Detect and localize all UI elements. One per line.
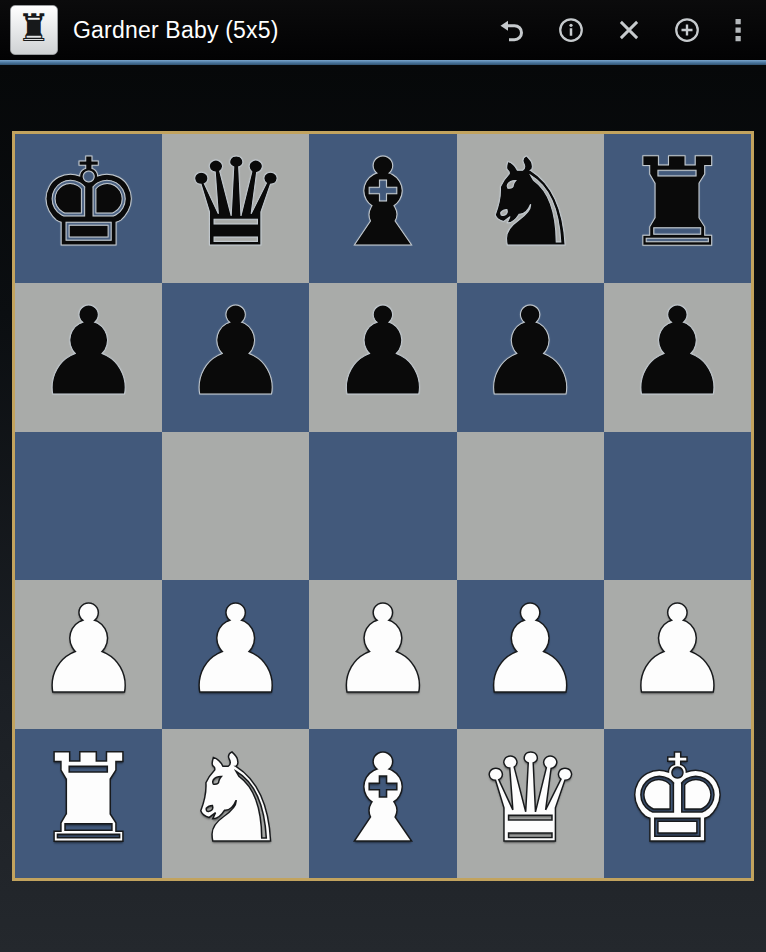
- square-d5[interactable]: ♞: [457, 134, 604, 283]
- piece-white-bishop[interactable]: ♝: [328, 738, 437, 860]
- new-game-plus-icon: [672, 15, 702, 45]
- square-d1[interactable]: ♛: [457, 729, 604, 878]
- piece-black-bishop[interactable]: ♝: [328, 142, 437, 264]
- square-e1[interactable]: ♚: [604, 729, 751, 878]
- undo-icon: [498, 15, 528, 45]
- undo-button[interactable]: [484, 4, 542, 56]
- piece-white-knight[interactable]: ♞: [181, 738, 290, 860]
- square-e3[interactable]: [604, 432, 751, 581]
- piece-white-queen[interactable]: ♛: [476, 738, 585, 860]
- piece-black-pawn[interactable]: ♟: [328, 291, 437, 413]
- square-e4[interactable]: ♟: [604, 283, 751, 432]
- app-icon: ♜: [10, 5, 58, 55]
- piece-black-pawn[interactable]: ♟: [34, 291, 143, 413]
- square-a1[interactable]: ♜: [15, 729, 162, 878]
- square-d3[interactable]: [457, 432, 604, 581]
- piece-white-pawn[interactable]: ♟: [623, 589, 732, 711]
- square-d2[interactable]: ♟: [457, 580, 604, 729]
- square-e5[interactable]: ♜: [604, 134, 751, 283]
- square-b2[interactable]: ♟: [162, 580, 309, 729]
- piece-white-pawn[interactable]: ♟: [181, 589, 290, 711]
- action-bar: ♜ Gardner Baby (5x5): [0, 0, 766, 60]
- square-b3[interactable]: [162, 432, 309, 581]
- piece-black-queen[interactable]: ♛: [181, 142, 290, 264]
- close-icon: [614, 15, 644, 45]
- square-a4[interactable]: ♟: [15, 283, 162, 432]
- chess-board-5x5: ♚♛♝♞♜♟♟♟♟♟♟♟♟♟♟♜♞♝♛♚: [12, 131, 754, 881]
- square-c2[interactable]: ♟: [309, 580, 456, 729]
- rook-app-icon: ♜: [17, 9, 51, 47]
- piece-black-king[interactable]: ♚: [34, 142, 143, 264]
- info-icon: [556, 15, 586, 45]
- square-c3[interactable]: [309, 432, 456, 581]
- piece-white-rook[interactable]: ♜: [34, 738, 143, 860]
- piece-white-pawn[interactable]: ♟: [476, 589, 585, 711]
- page-title: Gardner Baby (5x5): [73, 17, 484, 44]
- close-button[interactable]: [600, 4, 658, 56]
- square-a2[interactable]: ♟: [15, 580, 162, 729]
- square-b1[interactable]: ♞: [162, 729, 309, 878]
- square-d4[interactable]: ♟: [457, 283, 604, 432]
- piece-white-king[interactable]: ♚: [623, 738, 732, 860]
- square-c1[interactable]: ♝: [309, 729, 456, 878]
- piece-black-pawn[interactable]: ♟: [476, 291, 585, 413]
- square-b5[interactable]: ♛: [162, 134, 309, 283]
- overflow-menu-button[interactable]: [716, 4, 760, 56]
- action-bar-buttons: [484, 4, 760, 56]
- new-game-button[interactable]: [658, 4, 716, 56]
- square-a5[interactable]: ♚: [15, 134, 162, 283]
- piece-black-knight[interactable]: ♞: [476, 142, 585, 264]
- square-e2[interactable]: ♟: [604, 580, 751, 729]
- square-a3[interactable]: [15, 432, 162, 581]
- piece-black-pawn[interactable]: ♟: [181, 291, 290, 413]
- game-area: ♚♛♝♞♜♟♟♟♟♟♟♟♟♟♟♜♞♝♛♚: [0, 65, 766, 952]
- square-c4[interactable]: ♟: [309, 283, 456, 432]
- square-b4[interactable]: ♟: [162, 283, 309, 432]
- piece-black-rook[interactable]: ♜: [623, 142, 732, 264]
- info-button[interactable]: [542, 4, 600, 56]
- piece-white-pawn[interactable]: ♟: [328, 589, 437, 711]
- piece-white-pawn[interactable]: ♟: [34, 589, 143, 711]
- piece-black-pawn[interactable]: ♟: [623, 291, 732, 413]
- square-c5[interactable]: ♝: [309, 134, 456, 283]
- overflow-menu-icon: [723, 15, 753, 45]
